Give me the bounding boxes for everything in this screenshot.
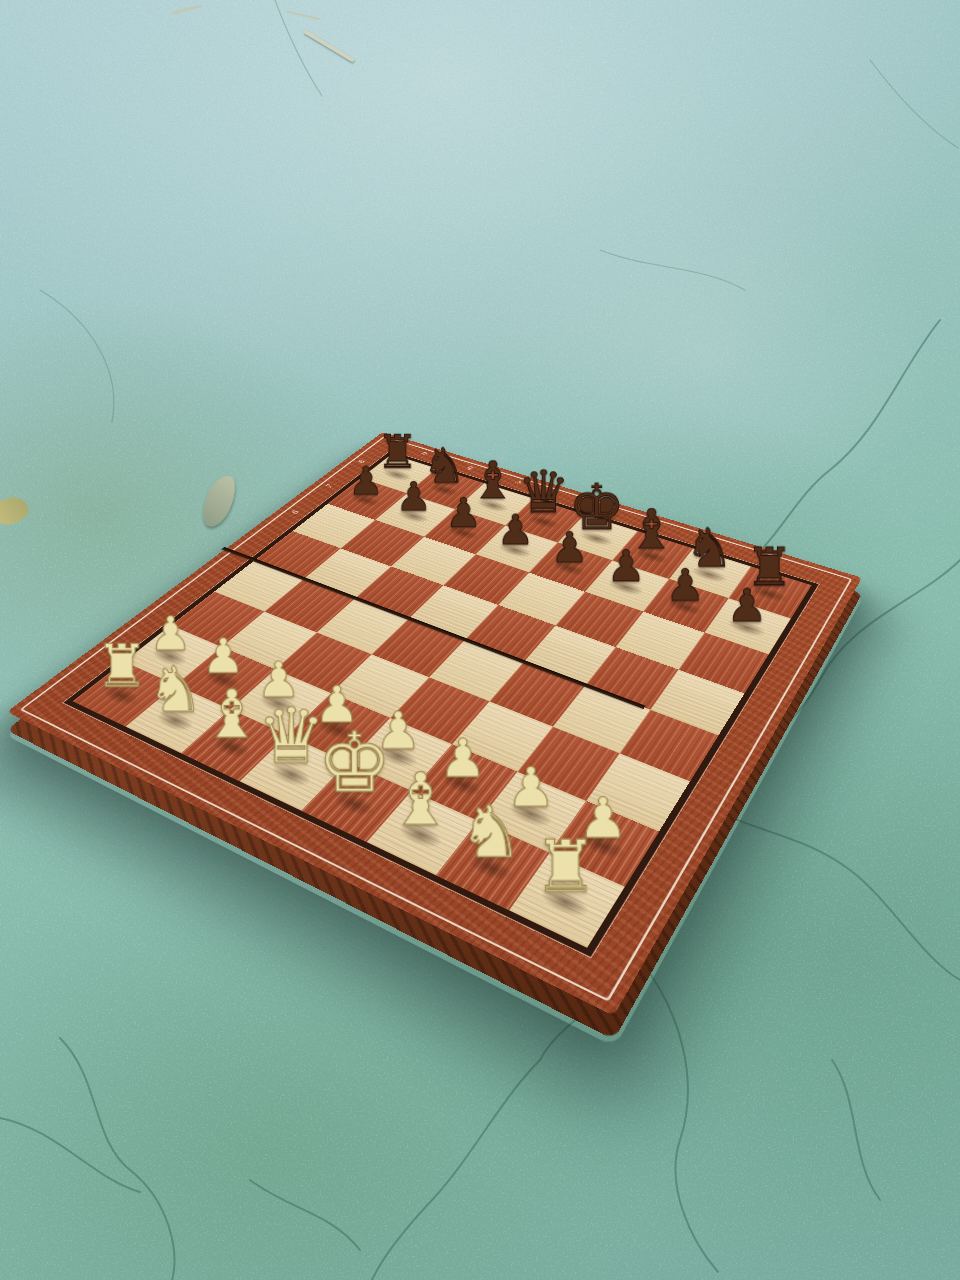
coord-rank-8-right: 8 xyxy=(814,604,831,612)
coord-file-a-near: a xyxy=(72,722,90,735)
twig xyxy=(303,29,355,62)
coord-file-h-near: h xyxy=(524,941,542,960)
coord-file-c-near: c xyxy=(184,776,202,790)
piece-white-rook[interactable]: ♜ xyxy=(508,830,623,902)
coord-rank-5-left: 5 xyxy=(251,536,266,543)
piece-black-pawn[interactable]: ♟ xyxy=(702,582,791,627)
coord-rank-6-left: 6 xyxy=(288,509,302,515)
coord-file-b-near: b xyxy=(126,748,144,762)
dried-leaf xyxy=(198,471,241,531)
coord-rank-3-right: 3 xyxy=(690,810,711,822)
coord-rank-6-right: 6 xyxy=(771,677,789,686)
chessboard-scene: ♜♞♝♛♚♝♞♜♟♟♟♟♟♟♟♟♟♟♟♟♟♟♟♟♜♞♝♛♚♝♞♜ aa88bb7… xyxy=(7,432,862,1016)
coord-rank-4-right: 4 xyxy=(719,762,739,773)
coord-rank-3-left: 3 xyxy=(169,597,185,605)
coord-rank-4-left: 4 xyxy=(211,566,226,573)
photo-scene: ♜♞♝♛♚♝♞♜♟♟♟♟♟♟♟♟♟♟♟♟♟♟♟♟♜♞♝♛♚♝♞♜ aa88bb7… xyxy=(0,0,960,1280)
coord-rank-5-right: 5 xyxy=(746,718,765,728)
coord-file-d-near: d xyxy=(244,805,262,820)
coord-file-g-near: g xyxy=(448,904,466,922)
coord-file-e-near: e xyxy=(308,837,325,853)
small-twig xyxy=(172,4,202,14)
coord-rank-7-right: 7 xyxy=(793,639,811,648)
coord-rank-1-right: 1 xyxy=(622,922,645,937)
coord-rank-2-right: 2 xyxy=(658,863,680,877)
yellow-leaf xyxy=(0,492,32,530)
coord-file-f-near: f xyxy=(377,870,392,885)
